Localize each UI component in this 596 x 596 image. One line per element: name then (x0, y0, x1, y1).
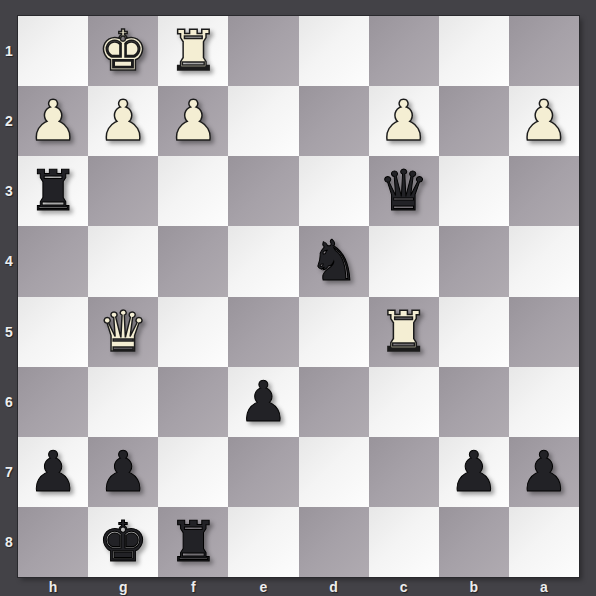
square-b2[interactable] (439, 86, 509, 156)
square-f1[interactable]: ♜ (158, 16, 228, 86)
square-g7[interactable]: ♟ (88, 437, 158, 507)
square-g4[interactable] (88, 226, 158, 296)
square-h5[interactable] (18, 297, 88, 367)
square-f8[interactable]: ♜ (158, 507, 228, 577)
rank-label-5: 5 (0, 297, 18, 367)
square-g3[interactable] (88, 156, 158, 226)
square-b5[interactable] (439, 297, 509, 367)
square-d8[interactable] (299, 507, 369, 577)
square-b4[interactable] (439, 226, 509, 296)
file-label-c: c (369, 577, 439, 596)
rank-label-2: 2 (0, 86, 18, 156)
square-d7[interactable] (299, 437, 369, 507)
rank-label-6: 6 (0, 367, 18, 437)
file-label-a: a (509, 577, 579, 596)
square-b7[interactable]: ♟ (439, 437, 509, 507)
black-rook: ♜ (28, 163, 78, 219)
square-e1[interactable] (228, 16, 298, 86)
black-pawn: ♟ (449, 444, 499, 500)
rank-label-7: 7 (0, 437, 18, 507)
square-c5[interactable]: ♜ (369, 297, 439, 367)
black-pawn: ♟ (98, 444, 148, 500)
file-label-g: g (88, 577, 158, 596)
square-e2[interactable] (228, 86, 298, 156)
square-d1[interactable] (299, 16, 369, 86)
square-f2[interactable]: ♟ (158, 86, 228, 156)
square-h3[interactable]: ♜ (18, 156, 88, 226)
black-pawn: ♟ (238, 374, 288, 430)
square-e8[interactable] (228, 507, 298, 577)
white-pawn: ♟ (379, 93, 429, 149)
file-label-b: b (439, 577, 509, 596)
white-pawn: ♟ (28, 93, 78, 149)
square-f3[interactable] (158, 156, 228, 226)
rank-labels: 12345678 (0, 16, 18, 577)
rank-label-1: 1 (0, 16, 18, 86)
square-b6[interactable] (439, 367, 509, 437)
square-d2[interactable] (299, 86, 369, 156)
square-c7[interactable] (369, 437, 439, 507)
square-d3[interactable] (299, 156, 369, 226)
square-b3[interactable] (439, 156, 509, 226)
square-f5[interactable] (158, 297, 228, 367)
square-h4[interactable] (18, 226, 88, 296)
square-f4[interactable] (158, 226, 228, 296)
square-e6[interactable]: ♟ (228, 367, 298, 437)
square-f6[interactable] (158, 367, 228, 437)
rank-label-4: 4 (0, 226, 18, 296)
square-g1[interactable]: ♚ (88, 16, 158, 86)
black-queen: ♛ (379, 163, 429, 219)
white-pawn: ♟ (98, 93, 148, 149)
square-g8[interactable]: ♚ (88, 507, 158, 577)
file-label-e: e (228, 577, 298, 596)
square-g6[interactable] (88, 367, 158, 437)
square-c8[interactable] (369, 507, 439, 577)
white-pawn: ♟ (519, 93, 569, 149)
black-pawn: ♟ (28, 444, 78, 500)
white-rook: ♜ (168, 23, 218, 79)
square-d4[interactable]: ♞ (299, 226, 369, 296)
square-c4[interactable] (369, 226, 439, 296)
square-h7[interactable]: ♟ (18, 437, 88, 507)
square-c6[interactable] (369, 367, 439, 437)
square-a3[interactable] (509, 156, 579, 226)
square-c2[interactable]: ♟ (369, 86, 439, 156)
black-rook: ♜ (168, 514, 218, 570)
square-c1[interactable] (369, 16, 439, 86)
chess-board-frame: 12345678 ♚♜♟♟♟♟♟♜♛♞♛♜♟♟♟♟♟♚♜ hgfedcba (0, 0, 596, 596)
square-h8[interactable] (18, 507, 88, 577)
square-a2[interactable]: ♟ (509, 86, 579, 156)
black-knight: ♞ (308, 233, 358, 289)
square-a1[interactable] (509, 16, 579, 86)
white-king: ♚ (98, 23, 148, 79)
file-label-d: d (299, 577, 369, 596)
square-e7[interactable] (228, 437, 298, 507)
square-f7[interactable] (158, 437, 228, 507)
square-b1[interactable] (439, 16, 509, 86)
white-queen: ♛ (98, 304, 148, 360)
square-h1[interactable] (18, 16, 88, 86)
white-rook: ♜ (379, 304, 429, 360)
square-a7[interactable]: ♟ (509, 437, 579, 507)
square-a5[interactable] (509, 297, 579, 367)
black-pawn: ♟ (519, 444, 569, 500)
square-d5[interactable] (299, 297, 369, 367)
square-c3[interactable]: ♛ (369, 156, 439, 226)
square-h2[interactable]: ♟ (18, 86, 88, 156)
square-a6[interactable] (509, 367, 579, 437)
square-e3[interactable] (228, 156, 298, 226)
file-label-f: f (158, 577, 228, 596)
square-d6[interactable] (299, 367, 369, 437)
square-b8[interactable] (439, 507, 509, 577)
black-king: ♚ (98, 514, 148, 570)
square-g5[interactable]: ♛ (88, 297, 158, 367)
rank-label-3: 3 (0, 156, 18, 226)
square-g2[interactable]: ♟ (88, 86, 158, 156)
square-e5[interactable] (228, 297, 298, 367)
chess-board: ♚♜♟♟♟♟♟♜♛♞♛♜♟♟♟♟♟♚♜ (18, 16, 579, 577)
square-a4[interactable] (509, 226, 579, 296)
white-pawn: ♟ (168, 93, 218, 149)
file-label-h: h (18, 577, 88, 596)
square-h6[interactable] (18, 367, 88, 437)
square-a8[interactable] (509, 507, 579, 577)
file-labels: hgfedcba (18, 577, 579, 596)
square-e4[interactable] (228, 226, 298, 296)
rank-label-8: 8 (0, 507, 18, 577)
